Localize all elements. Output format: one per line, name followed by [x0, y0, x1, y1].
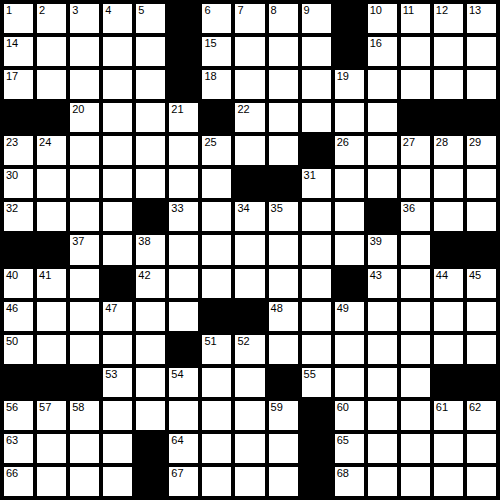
cell-r2c10[interactable] — [302, 37, 331, 66]
cell-r11c13[interactable] — [401, 335, 430, 364]
clue-number: 29 — [469, 136, 481, 148]
cell-r8c4[interactable] — [103, 235, 132, 264]
cell-r4c11[interactable] — [335, 103, 364, 132]
clue-number: 50 — [6, 335, 18, 347]
cell-r11c10[interactable] — [302, 335, 331, 364]
cell-r13c7[interactable] — [202, 401, 231, 430]
cell-r6c7[interactable] — [202, 169, 231, 198]
clue-number: 11 — [403, 4, 414, 16]
cell-r8c8[interactable] — [235, 235, 264, 264]
cell-r7c8[interactable]: 34 — [235, 202, 264, 231]
cell-r15c3[interactable] — [70, 467, 99, 496]
cell-r9c12[interactable]: 43 — [368, 269, 397, 298]
cell-r7c2[interactable] — [37, 202, 66, 231]
cell-r1c10[interactable]: 9 — [302, 4, 331, 33]
cell-r13c5[interactable] — [136, 401, 165, 430]
clue-number: 26 — [337, 136, 349, 148]
block-cell-r8c15 — [467, 235, 496, 264]
cell-r8c10[interactable] — [302, 235, 331, 264]
clue-number: 24 — [39, 136, 51, 148]
cell-r12c8[interactable] — [235, 368, 264, 397]
cell-r1c5[interactable]: 5 — [136, 4, 165, 33]
block-cell-r4c7 — [202, 103, 231, 132]
cell-r10c1[interactable]: 46 — [4, 302, 33, 331]
cell-r9c13[interactable] — [401, 269, 430, 298]
cell-r15c1[interactable]: 66 — [4, 467, 33, 496]
block-cell-r15c5 — [136, 467, 165, 496]
clue-number: 4 — [105, 4, 111, 16]
block-cell-r9c4 — [103, 269, 132, 298]
clue-number: 47 — [105, 302, 117, 314]
block-cell-r2c11 — [335, 37, 364, 66]
cell-r15c2[interactable] — [37, 467, 66, 496]
cell-r10c3[interactable] — [70, 302, 99, 331]
clue-number: 37 — [72, 235, 84, 247]
cell-r7c15[interactable] — [467, 202, 496, 231]
cell-r2c5[interactable] — [136, 37, 165, 66]
clue-number: 16 — [370, 37, 382, 49]
cell-r8c12[interactable]: 39 — [368, 235, 397, 264]
cell-r2c3[interactable] — [70, 37, 99, 66]
cell-r11c14[interactable] — [434, 335, 463, 364]
clue-number: 34 — [237, 202, 249, 214]
cell-r4c3[interactable]: 20 — [70, 103, 99, 132]
cell-r5c12[interactable] — [368, 136, 397, 165]
clue-number: 54 — [171, 368, 183, 380]
cell-r7c3[interactable] — [70, 202, 99, 231]
cell-r3c13[interactable] — [401, 70, 430, 99]
cell-r7c14[interactable] — [434, 202, 463, 231]
clue-number: 59 — [271, 401, 283, 413]
cell-r2c8[interactable] — [235, 37, 264, 66]
cell-r6c6[interactable] — [169, 169, 198, 198]
clue-number: 58 — [72, 401, 84, 413]
block-cell-r8c14 — [434, 235, 463, 264]
block-cell-r8c2 — [37, 235, 66, 264]
cell-r6c11[interactable] — [335, 169, 364, 198]
cell-r13c2[interactable]: 57 — [37, 401, 66, 430]
cell-r14c7[interactable] — [202, 434, 231, 463]
clue-number: 13 — [469, 4, 481, 16]
block-cell-r1c6 — [169, 4, 198, 33]
block-cell-r2c6 — [169, 37, 198, 66]
cell-r5c7[interactable]: 25 — [202, 136, 231, 165]
cell-r2c7[interactable]: 15 — [202, 37, 231, 66]
cell-r7c13[interactable]: 36 — [401, 202, 430, 231]
cell-r7c6[interactable]: 33 — [169, 202, 198, 231]
block-cell-r7c5 — [136, 202, 165, 231]
clue-number: 67 — [171, 467, 183, 479]
cell-r3c11[interactable]: 19 — [335, 70, 364, 99]
cell-r5c5[interactable] — [136, 136, 165, 165]
clue-number: 5 — [138, 4, 144, 16]
cell-r1c12[interactable]: 10 — [368, 4, 397, 33]
cell-r8c7[interactable] — [202, 235, 231, 264]
clue-number: 57 — [39, 401, 51, 413]
block-cell-r15c10 — [302, 467, 331, 496]
cell-r1c15[interactable]: 13 — [467, 4, 496, 33]
clue-number: 44 — [436, 269, 448, 281]
cell-r7c7[interactable] — [202, 202, 231, 231]
cell-r9c2[interactable]: 41 — [37, 269, 66, 298]
cell-r2c14[interactable] — [434, 37, 463, 66]
clue-number: 64 — [171, 434, 183, 446]
clue-number: 61 — [436, 401, 448, 413]
cell-r12c7[interactable] — [202, 368, 231, 397]
cell-r1c2[interactable]: 2 — [37, 4, 66, 33]
cell-r12c5[interactable] — [136, 368, 165, 397]
block-cell-r9c11 — [335, 269, 364, 298]
cell-r3c10[interactable] — [302, 70, 331, 99]
block-cell-r3c6 — [169, 70, 198, 99]
cell-r10c6[interactable] — [169, 302, 198, 331]
clue-number: 32 — [6, 202, 18, 214]
block-cell-r13c10 — [302, 401, 331, 430]
clue-number: 6 — [204, 4, 210, 16]
cell-r13c4[interactable] — [103, 401, 132, 430]
cell-r5c13[interactable]: 27 — [401, 136, 430, 165]
cell-r14c6[interactable]: 64 — [169, 434, 198, 463]
cell-r3c7[interactable]: 18 — [202, 70, 231, 99]
cell-r14c1[interactable]: 63 — [4, 434, 33, 463]
cell-r8c5[interactable]: 38 — [136, 235, 165, 264]
cell-r5c9[interactable] — [269, 136, 298, 165]
cell-r15c9[interactable] — [269, 467, 298, 496]
cell-r3c3[interactable] — [70, 70, 99, 99]
cell-r6c10[interactable]: 31 — [302, 169, 331, 198]
cell-r11c12[interactable] — [368, 335, 397, 364]
cell-r8c3[interactable]: 37 — [70, 235, 99, 264]
cell-r12c6[interactable]: 54 — [169, 368, 198, 397]
cell-r11c2[interactable] — [37, 335, 66, 364]
cell-r8c6[interactable] — [169, 235, 198, 264]
cell-r13c8[interactable] — [235, 401, 264, 430]
clue-number: 27 — [403, 136, 415, 148]
block-cell-r7c12 — [368, 202, 397, 231]
clue-number: 31 — [304, 169, 316, 181]
cell-r5c6[interactable] — [169, 136, 198, 165]
cell-r14c14[interactable] — [434, 434, 463, 463]
block-cell-r5c10 — [302, 136, 331, 165]
clue-number: 63 — [6, 434, 18, 446]
cell-r4c10[interactable] — [302, 103, 331, 132]
cell-r9c8[interactable] — [235, 269, 264, 298]
clue-number: 46 — [6, 302, 18, 314]
cell-r3c4[interactable] — [103, 70, 132, 99]
cell-r6c1[interactable]: 30 — [4, 169, 33, 198]
clue-number: 49 — [337, 302, 349, 314]
clue-number: 18 — [204, 70, 216, 82]
clue-number: 8 — [271, 4, 277, 16]
block-cell-r4c13 — [401, 103, 430, 132]
block-cell-r12c2 — [37, 368, 66, 397]
cell-r5c1[interactable]: 23 — [4, 136, 33, 165]
cell-r9c15[interactable]: 45 — [467, 269, 496, 298]
clue-number: 56 — [6, 401, 18, 413]
cell-r6c13[interactable] — [401, 169, 430, 198]
block-cell-r12c15 — [467, 368, 496, 397]
clue-number: 12 — [436, 4, 448, 16]
cell-r5c2[interactable]: 24 — [37, 136, 66, 165]
crossword-grid: 1234567891011121314151617181920212223242… — [0, 0, 500, 500]
cell-r8c9[interactable] — [269, 235, 298, 264]
cell-r1c8[interactable]: 7 — [235, 4, 264, 33]
clue-number: 21 — [171, 103, 183, 115]
cell-r10c14[interactable] — [434, 302, 463, 331]
cell-r10c5[interactable] — [136, 302, 165, 331]
cell-r13c6[interactable] — [169, 401, 198, 430]
cell-r1c7[interactable]: 6 — [202, 4, 231, 33]
cell-r11c5[interactable] — [136, 335, 165, 364]
clue-number: 22 — [237, 103, 249, 115]
cell-r13c9[interactable]: 59 — [269, 401, 298, 430]
block-cell-r10c8 — [235, 302, 264, 331]
cell-r5c3[interactable] — [70, 136, 99, 165]
cell-r6c5[interactable] — [136, 169, 165, 198]
cell-r3c15[interactable] — [467, 70, 496, 99]
cell-r15c14[interactable] — [434, 467, 463, 496]
cell-r14c12[interactable] — [368, 434, 397, 463]
cell-r5c4[interactable] — [103, 136, 132, 165]
cell-r3c1[interactable]: 17 — [4, 70, 33, 99]
cell-r2c4[interactable] — [103, 37, 132, 66]
cell-r1c3[interactable]: 3 — [70, 4, 99, 33]
clue-number: 38 — [138, 235, 150, 247]
cell-r3c8[interactable] — [235, 70, 264, 99]
cell-r14c2[interactable] — [37, 434, 66, 463]
cell-r10c12[interactable] — [368, 302, 397, 331]
cell-r13c11[interactable]: 60 — [335, 401, 364, 430]
block-cell-r6c9 — [269, 169, 298, 198]
cell-r4c8[interactable]: 22 — [235, 103, 264, 132]
cell-r15c13[interactable] — [401, 467, 430, 496]
cell-r2c2[interactable] — [37, 37, 66, 66]
cell-r9c1[interactable]: 40 — [4, 269, 33, 298]
cell-r12c11[interactable] — [335, 368, 364, 397]
cell-r13c14[interactable]: 61 — [434, 401, 463, 430]
block-cell-r14c10 — [302, 434, 331, 463]
clue-number: 33 — [171, 202, 183, 214]
cell-r13c13[interactable] — [401, 401, 430, 430]
clue-number: 51 — [204, 335, 216, 347]
cell-r9c6[interactable] — [169, 269, 198, 298]
clue-number: 25 — [204, 136, 216, 148]
clue-number: 17 — [6, 70, 18, 82]
cell-r15c4[interactable] — [103, 467, 132, 496]
cell-r8c13[interactable] — [401, 235, 430, 264]
cell-r3c12[interactable] — [368, 70, 397, 99]
clue-number: 40 — [6, 269, 18, 281]
cell-r13c3[interactable]: 58 — [70, 401, 99, 430]
cell-r2c15[interactable] — [467, 37, 496, 66]
cell-r11c11[interactable] — [335, 335, 364, 364]
cell-r12c13[interactable] — [401, 368, 430, 397]
cell-r13c15[interactable]: 62 — [467, 401, 496, 430]
clue-number: 10 — [370, 4, 382, 16]
cell-r9c7[interactable] — [202, 269, 231, 298]
clue-number: 36 — [403, 202, 415, 214]
cell-r14c11[interactable]: 65 — [335, 434, 364, 463]
cell-r14c3[interactable] — [70, 434, 99, 463]
cell-r9c10[interactable] — [302, 269, 331, 298]
cell-r10c4[interactable]: 47 — [103, 302, 132, 331]
cell-r12c4[interactable]: 53 — [103, 368, 132, 397]
cell-r15c12[interactable] — [368, 467, 397, 496]
cell-r2c13[interactable] — [401, 37, 430, 66]
clue-number: 48 — [271, 302, 283, 314]
clue-number: 66 — [6, 467, 18, 479]
cell-r6c15[interactable] — [467, 169, 496, 198]
cell-r10c11[interactable]: 49 — [335, 302, 364, 331]
cell-r15c15[interactable] — [467, 467, 496, 496]
block-cell-r10c7 — [202, 302, 231, 331]
cell-r6c3[interactable] — [70, 169, 99, 198]
cell-r11c8[interactable]: 52 — [235, 335, 264, 364]
cell-r7c10[interactable] — [302, 202, 331, 231]
cell-r3c14[interactable] — [434, 70, 463, 99]
block-cell-r12c14 — [434, 368, 463, 397]
cell-r4c5[interactable] — [136, 103, 165, 132]
cell-r14c8[interactable] — [235, 434, 264, 463]
clue-number: 19 — [337, 70, 349, 82]
cell-r5c11[interactable]: 26 — [335, 136, 364, 165]
cell-r9c14[interactable]: 44 — [434, 269, 463, 298]
clue-number: 20 — [72, 103, 84, 115]
cell-r11c7[interactable]: 51 — [202, 335, 231, 364]
cell-r5c15[interactable]: 29 — [467, 136, 496, 165]
cell-r1c4[interactable]: 4 — [103, 4, 132, 33]
block-cell-r12c3 — [70, 368, 99, 397]
cell-r1c9[interactable]: 8 — [269, 4, 298, 33]
cell-r7c9[interactable]: 35 — [269, 202, 298, 231]
block-cell-r1c11 — [335, 4, 364, 33]
block-cell-r6c8 — [235, 169, 264, 198]
cell-r3c2[interactable] — [37, 70, 66, 99]
cell-r9c9[interactable] — [269, 269, 298, 298]
cell-r4c9[interactable] — [269, 103, 298, 132]
clue-number: 42 — [138, 269, 150, 281]
cell-r5c8[interactable] — [235, 136, 264, 165]
cell-r14c9[interactable] — [269, 434, 298, 463]
clue-number: 43 — [370, 269, 382, 281]
cell-r10c13[interactable] — [401, 302, 430, 331]
cell-r10c10[interactable] — [302, 302, 331, 331]
cell-r8c11[interactable] — [335, 235, 364, 264]
cell-r7c4[interactable] — [103, 202, 132, 231]
clue-number: 15 — [204, 37, 216, 49]
cell-r6c14[interactable] — [434, 169, 463, 198]
cell-r7c11[interactable] — [335, 202, 364, 231]
clue-number: 2 — [39, 4, 45, 16]
cell-r3c5[interactable] — [136, 70, 165, 99]
block-cell-r4c14 — [434, 103, 463, 132]
cell-r11c3[interactable] — [70, 335, 99, 364]
cell-r9c3[interactable] — [70, 269, 99, 298]
clue-number: 41 — [39, 269, 51, 281]
clue-number: 45 — [469, 269, 481, 281]
clue-number: 35 — [271, 202, 283, 214]
block-cell-r4c1 — [4, 103, 33, 132]
cell-r11c15[interactable] — [467, 335, 496, 364]
cell-r10c2[interactable] — [37, 302, 66, 331]
cell-r15c7[interactable] — [202, 467, 231, 496]
block-cell-r12c1 — [4, 368, 33, 397]
clue-number: 55 — [304, 368, 316, 380]
clue-number: 60 — [337, 401, 349, 413]
cell-r11c4[interactable] — [103, 335, 132, 364]
clue-number: 14 — [6, 37, 18, 49]
clue-number: 62 — [469, 401, 481, 413]
clue-number: 23 — [6, 136, 18, 148]
clue-number: 30 — [6, 169, 18, 181]
clue-number: 53 — [105, 368, 117, 380]
cell-r4c4[interactable] — [103, 103, 132, 132]
clue-number: 52 — [237, 335, 249, 347]
cell-r5c14[interactable]: 28 — [434, 136, 463, 165]
cell-r10c9[interactable]: 48 — [269, 302, 298, 331]
block-cell-r11c6 — [169, 335, 198, 364]
clue-number: 28 — [436, 136, 448, 148]
cell-r1c1[interactable]: 1 — [4, 4, 33, 33]
block-cell-r12c9 — [269, 368, 298, 397]
cell-r4c6[interactable]: 21 — [169, 103, 198, 132]
cell-r12c10[interactable]: 55 — [302, 368, 331, 397]
clue-number: 7 — [237, 4, 243, 16]
cell-r1c13[interactable]: 11 — [401, 4, 430, 33]
cell-r6c2[interactable] — [37, 169, 66, 198]
cell-r15c8[interactable] — [235, 467, 264, 496]
cell-r2c1[interactable]: 14 — [4, 37, 33, 66]
cell-r14c13[interactable] — [401, 434, 430, 463]
cell-r11c9[interactable] — [269, 335, 298, 364]
cell-r11c1[interactable]: 50 — [4, 335, 33, 364]
cell-r6c4[interactable] — [103, 169, 132, 198]
cell-r3c9[interactable] — [269, 70, 298, 99]
cell-r13c12[interactable] — [368, 401, 397, 430]
cell-r1c14[interactable]: 12 — [434, 4, 463, 33]
cell-r15c11[interactable]: 68 — [335, 467, 364, 496]
cell-r4c12[interactable] — [368, 103, 397, 132]
clue-number: 39 — [370, 235, 382, 247]
cell-r14c4[interactable] — [103, 434, 132, 463]
cell-r13c1[interactable]: 56 — [4, 401, 33, 430]
clue-number: 68 — [337, 467, 349, 479]
clue-number: 9 — [304, 4, 310, 16]
block-cell-r8c1 — [4, 235, 33, 264]
block-cell-r4c15 — [467, 103, 496, 132]
cell-r2c12[interactable]: 16 — [368, 37, 397, 66]
cell-r12c12[interactable] — [368, 368, 397, 397]
clue-number: 3 — [72, 4, 78, 16]
clue-number: 1 — [6, 4, 12, 16]
clue-number: 65 — [337, 434, 349, 446]
cell-r2c9[interactable] — [269, 37, 298, 66]
cell-r10c15[interactable] — [467, 302, 496, 331]
cell-r15c6[interactable]: 67 — [169, 467, 198, 496]
block-cell-r14c5 — [136, 434, 165, 463]
block-cell-r4c2 — [37, 103, 66, 132]
cell-r14c15[interactable] — [467, 434, 496, 463]
cell-r7c1[interactable]: 32 — [4, 202, 33, 231]
cell-r9c5[interactable]: 42 — [136, 269, 165, 298]
cell-r6c12[interactable] — [368, 169, 397, 198]
